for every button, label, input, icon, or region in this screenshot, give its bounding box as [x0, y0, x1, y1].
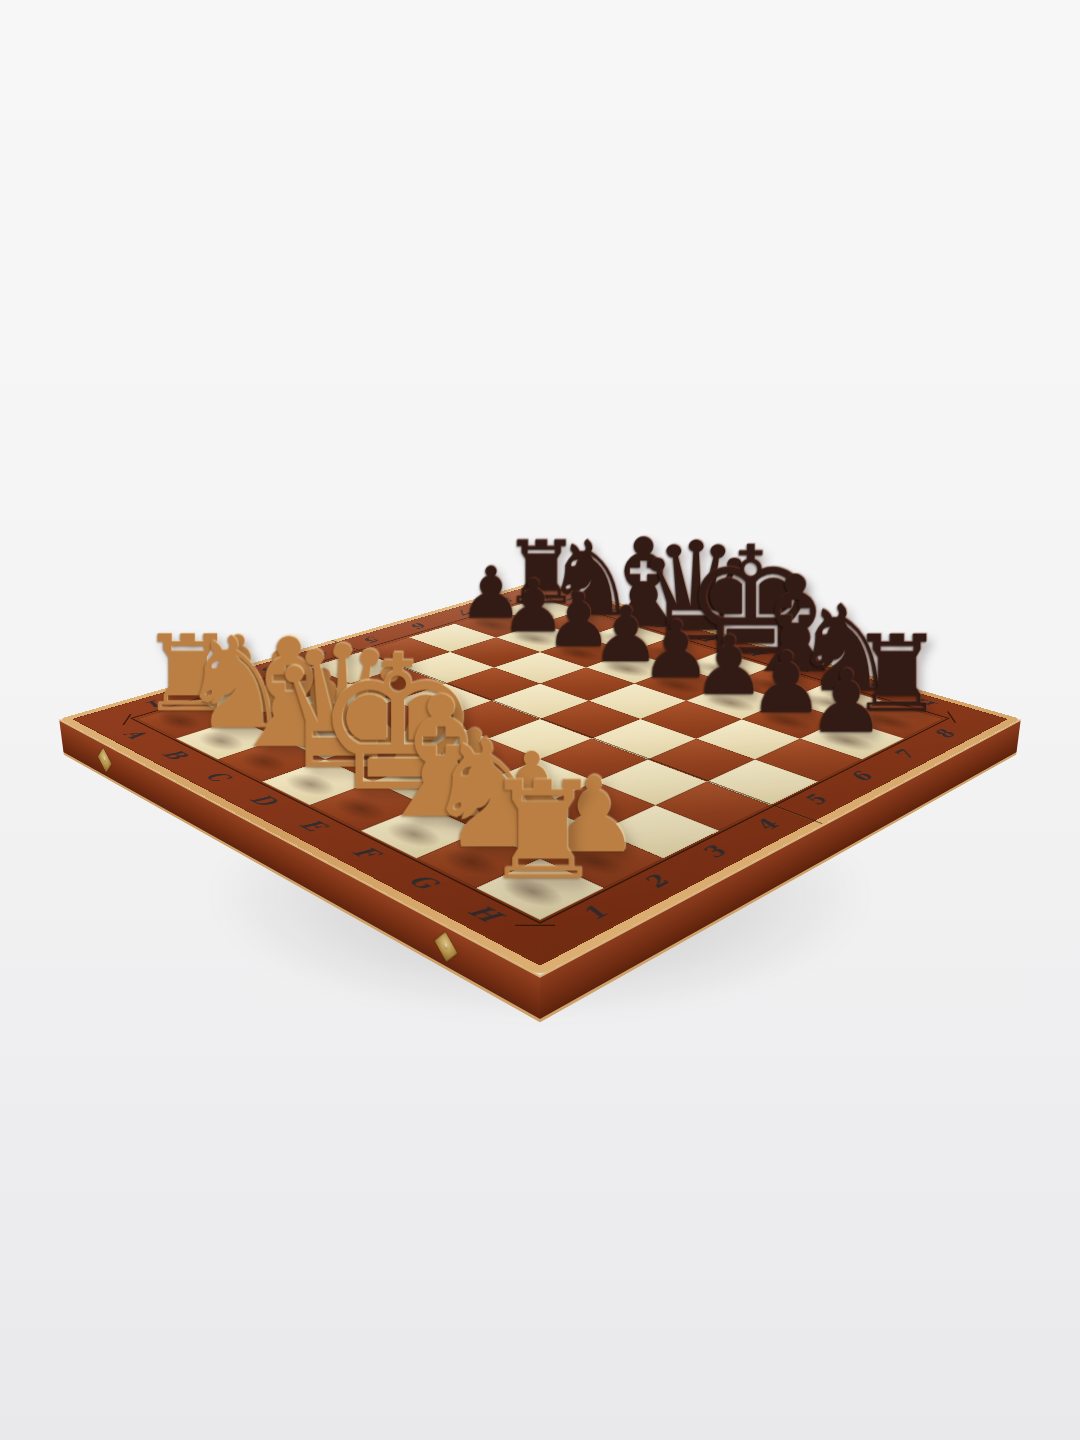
- brass-clasp-icon: [435, 932, 458, 961]
- piece-black-pawn[interactable]: ♟: [807, 662, 881, 742]
- brass-clasp-icon: [98, 748, 112, 772]
- piece-white-rook[interactable]: ♜: [482, 769, 574, 893]
- product-photo-scene: ABCDEFGH ABCDEFGH 87654321 87654321 ♜♞♝♛…: [0, 0, 1080, 1440]
